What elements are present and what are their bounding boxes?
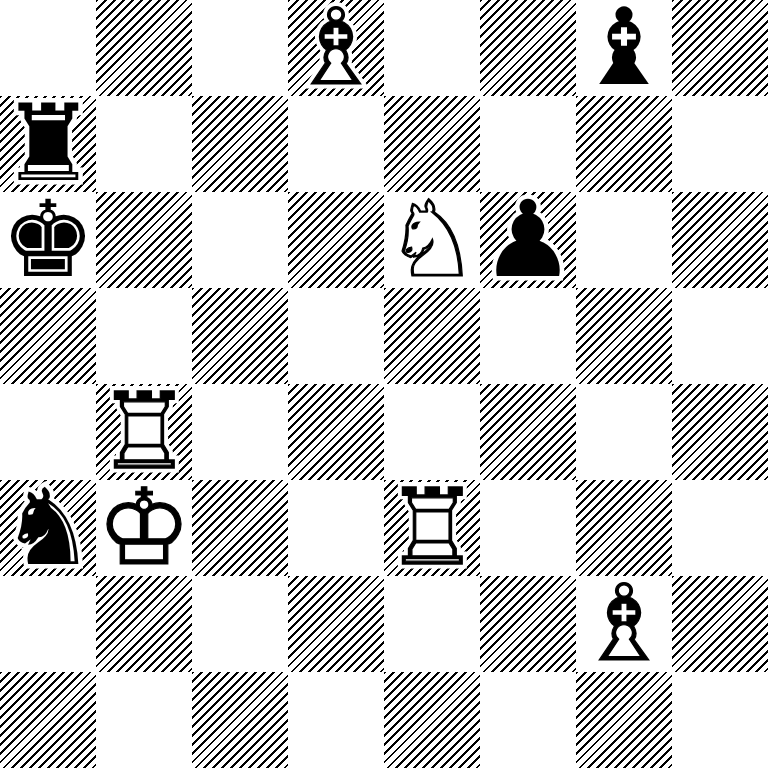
square-e2[interactable] <box>384 576 480 672</box>
white-bishop-halo: ♝ <box>288 0 384 96</box>
square-f3[interactable] <box>480 480 576 576</box>
square-d8[interactable]: ♝♗ <box>288 0 384 96</box>
square-d7[interactable] <box>288 96 384 192</box>
black-knight-icon: ♞ <box>0 480 96 576</box>
square-f4[interactable] <box>480 384 576 480</box>
black-pawn-halo: ♟ <box>480 192 576 288</box>
black-knight-halo: ♞ <box>0 480 96 576</box>
square-d3[interactable] <box>288 480 384 576</box>
white-king-halo: ♚ <box>96 480 192 576</box>
black-pawn-icon: ♟ <box>480 192 576 288</box>
square-c7[interactable] <box>192 96 288 192</box>
white-knight-icon: ♘ <box>384 192 480 288</box>
square-g4[interactable] <box>576 384 672 480</box>
chess-board: ♝♗♝♝♜♜♚♚♞♘♟♟♜♖♞♞♚♔♜♖♝♗ <box>0 0 768 768</box>
square-h6[interactable] <box>672 192 768 288</box>
square-a7[interactable]: ♜♜ <box>0 96 96 192</box>
square-f7[interactable] <box>480 96 576 192</box>
square-a8[interactable] <box>0 0 96 96</box>
square-c6[interactable] <box>192 192 288 288</box>
white-rook-halo: ♜ <box>384 480 480 576</box>
square-b8[interactable] <box>96 0 192 96</box>
square-c5[interactable] <box>192 288 288 384</box>
square-e6[interactable]: ♞♘ <box>384 192 480 288</box>
square-f2[interactable] <box>480 576 576 672</box>
square-g8[interactable]: ♝♝ <box>576 0 672 96</box>
square-g2[interactable]: ♝♗ <box>576 576 672 672</box>
square-h5[interactable] <box>672 288 768 384</box>
square-b4[interactable]: ♜♖ <box>96 384 192 480</box>
square-b1[interactable] <box>96 672 192 768</box>
square-a5[interactable] <box>0 288 96 384</box>
black-rook-icon: ♜ <box>0 96 96 192</box>
square-b3[interactable]: ♚♔ <box>96 480 192 576</box>
square-a2[interactable] <box>0 576 96 672</box>
square-c2[interactable] <box>192 576 288 672</box>
square-c1[interactable] <box>192 672 288 768</box>
square-e4[interactable] <box>384 384 480 480</box>
square-d6[interactable] <box>288 192 384 288</box>
square-e8[interactable] <box>384 0 480 96</box>
black-bishop-icon: ♝ <box>576 0 672 96</box>
black-king-icon: ♚ <box>0 192 96 288</box>
white-knight-halo: ♞ <box>384 192 480 288</box>
square-g7[interactable] <box>576 96 672 192</box>
square-f8[interactable] <box>480 0 576 96</box>
square-c8[interactable] <box>192 0 288 96</box>
square-f5[interactable] <box>480 288 576 384</box>
square-c4[interactable] <box>192 384 288 480</box>
square-h8[interactable] <box>672 0 768 96</box>
square-a3[interactable]: ♞♞ <box>0 480 96 576</box>
square-g1[interactable] <box>576 672 672 768</box>
white-bishop-halo: ♝ <box>576 576 672 672</box>
black-rook-halo: ♜ <box>0 96 96 192</box>
white-bishop-icon: ♗ <box>288 0 384 96</box>
square-f6[interactable]: ♟♟ <box>480 192 576 288</box>
square-d5[interactable] <box>288 288 384 384</box>
square-b7[interactable] <box>96 96 192 192</box>
square-b2[interactable] <box>96 576 192 672</box>
square-h3[interactable] <box>672 480 768 576</box>
square-a6[interactable]: ♚♚ <box>0 192 96 288</box>
white-king-icon: ♔ <box>96 480 192 576</box>
square-d1[interactable] <box>288 672 384 768</box>
square-e5[interactable] <box>384 288 480 384</box>
square-b5[interactable] <box>96 288 192 384</box>
square-h7[interactable] <box>672 96 768 192</box>
white-rook-icon: ♖ <box>384 480 480 576</box>
square-a4[interactable] <box>0 384 96 480</box>
square-e3[interactable]: ♜♖ <box>384 480 480 576</box>
square-h1[interactable] <box>672 672 768 768</box>
square-a1[interactable] <box>0 672 96 768</box>
square-b6[interactable] <box>96 192 192 288</box>
square-g5[interactable] <box>576 288 672 384</box>
white-rook-halo: ♜ <box>96 384 192 480</box>
square-c3[interactable] <box>192 480 288 576</box>
square-f1[interactable] <box>480 672 576 768</box>
square-e1[interactable] <box>384 672 480 768</box>
square-d2[interactable] <box>288 576 384 672</box>
square-h4[interactable] <box>672 384 768 480</box>
square-d4[interactable] <box>288 384 384 480</box>
square-g3[interactable] <box>576 480 672 576</box>
square-g6[interactable] <box>576 192 672 288</box>
square-h2[interactable] <box>672 576 768 672</box>
white-bishop-icon: ♗ <box>576 576 672 672</box>
black-king-halo: ♚ <box>0 192 96 288</box>
black-bishop-halo: ♝ <box>576 0 672 96</box>
white-rook-icon: ♖ <box>96 384 192 480</box>
square-e7[interactable] <box>384 96 480 192</box>
